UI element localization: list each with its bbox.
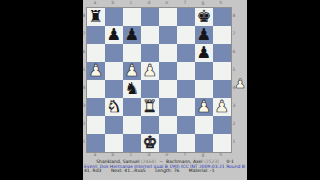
square-g3[interactable]: ♟ [195,98,213,116]
square-f2[interactable] [177,116,195,134]
piece-bK-g8[interactable]: ♚ [195,8,213,26]
game-panel: abcdefgh 87654321 87654321 ♜♚♟♟♟♟♟♟♟♞♞♜♟… [83,0,247,180]
piece-bP-b7[interactable]: ♟ [105,26,123,44]
square-e3[interactable] [159,98,177,116]
square-f5[interactable] [177,62,195,80]
square-d2[interactable] [141,116,159,134]
square-c3[interactable] [123,98,141,116]
game-length: Length: 76 [155,168,179,173]
square-a3[interactable] [87,98,105,116]
next-move: Next: 41...Rxa5 [111,168,146,173]
file-label-a: a [86,152,104,158]
square-b3[interactable]: ♞ [105,98,123,116]
square-e4[interactable] [159,80,177,98]
file-label-g: g [194,152,212,158]
file-label-b: b [104,152,122,158]
file-label-g: g [194,0,212,6]
square-c1[interactable] [123,134,141,152]
file-label-e: e [158,0,176,6]
square-e7[interactable] [159,26,177,44]
square-e6[interactable] [159,44,177,62]
square-b6[interactable] [105,44,123,62]
square-d4[interactable] [141,80,159,98]
square-h2[interactable] [213,116,231,134]
square-a6[interactable] [87,44,105,62]
square-b7[interactable]: ♟ [105,26,123,44]
square-e2[interactable] [159,116,177,134]
square-d8[interactable] [141,8,159,26]
rank-label-2: 2 [232,115,236,133]
piece-bP-g7[interactable]: ♟ [195,26,213,44]
piece-bP-c7[interactable]: ♟ [123,26,141,44]
file-labels-bottom: abcdefgh [86,152,230,158]
piece-wP-d5[interactable]: ♟ [141,62,159,80]
square-d6[interactable] [141,44,159,62]
rank-label-8: 8 [232,7,236,25]
status-line: 41. Rd3 Next: 41...Rxa5 Length: 76 Mater… [84,168,246,173]
file-label-a: a [86,0,104,6]
rank-label-1: 1 [232,133,236,151]
square-g7[interactable]: ♟ [195,26,213,44]
square-f1[interactable] [177,134,195,152]
file-label-d: d [140,152,158,158]
square-b1[interactable] [105,134,123,152]
square-g8[interactable]: ♚ [195,8,213,26]
rank-label-7: 7 [232,25,236,43]
square-b8[interactable] [105,8,123,26]
square-h8[interactable] [213,8,231,26]
square-g5[interactable] [195,62,213,80]
rank-label-6: 6 [232,43,236,61]
file-labels-top: abcdefgh [86,0,230,6]
rank-label-3: 3 [232,97,236,115]
piece-bR-a8[interactable]: ♜ [87,8,105,26]
piece-wP-c5[interactable]: ♟ [123,62,141,80]
piece-wP-a5[interactable]: ♟ [87,62,105,80]
square-g2[interactable] [195,116,213,134]
square-a2[interactable] [87,116,105,134]
square-h1[interactable] [213,134,231,152]
square-c8[interactable] [123,8,141,26]
piece-bN-c4[interactable]: ♞ [123,80,141,98]
square-g6[interactable]: ♟ [195,44,213,62]
last-move: 41. Rd3 [84,168,101,173]
file-label-e: e [158,152,176,158]
square-a4[interactable] [87,80,105,98]
file-label-h: h [212,152,230,158]
file-label-d: d [140,0,158,6]
square-h7[interactable] [213,26,231,44]
file-label-c: c [122,0,140,6]
square-h3[interactable]: ♟ [213,98,231,116]
square-b5[interactable] [105,62,123,80]
piece-wN-b3[interactable]: ♞ [105,98,123,116]
piece-wP-h3[interactable]: ♟ [213,98,231,116]
piece-bP-g6[interactable]: ♟ [195,44,213,62]
square-d1[interactable]: ♚ [141,134,159,152]
piece-wP-g3[interactable]: ♟ [195,98,213,116]
square-f7[interactable] [177,26,195,44]
file-label-f: f [176,0,194,6]
square-h6[interactable] [213,44,231,62]
square-d5[interactable]: ♟ [141,62,159,80]
square-a1[interactable] [87,134,105,152]
square-c6[interactable] [123,44,141,62]
square-d3[interactable]: ♜ [141,98,159,116]
square-e1[interactable] [159,134,177,152]
file-label-h: h [212,0,230,6]
square-f4[interactable] [177,80,195,98]
chess-board[interactable]: ♜♚♟♟♟♟♟♟♟♞♞♜♟♟♚ [86,7,232,153]
square-g1[interactable] [195,134,213,152]
square-h4[interactable] [213,80,231,98]
material-balance: Material: -1 [189,168,215,173]
square-a5[interactable]: ♟ [87,62,105,80]
file-label-f: f [176,152,194,158]
square-f6[interactable] [177,44,195,62]
square-e5[interactable] [159,62,177,80]
file-label-c: c [122,152,140,158]
square-a7[interactable] [87,26,105,44]
piece-wR-d3[interactable]: ♜ [141,98,159,116]
square-d7[interactable] [141,26,159,44]
square-c5[interactable]: ♟ [123,62,141,80]
square-c2[interactable] [123,116,141,134]
square-b2[interactable] [105,116,123,134]
square-a8[interactable]: ♜ [87,8,105,26]
square-f8[interactable] [177,8,195,26]
square-g4[interactable] [195,80,213,98]
square-b4[interactable] [105,80,123,98]
square-c7[interactable]: ♟ [123,26,141,44]
square-c4[interactable]: ♞ [123,80,141,98]
square-f3[interactable] [177,98,195,116]
file-label-b: b [104,0,122,6]
material-pawn-icon: ♟ [233,76,247,92]
piece-wK-d1[interactable]: ♚ [141,134,159,152]
square-e8[interactable] [159,8,177,26]
square-h5[interactable] [213,62,231,80]
